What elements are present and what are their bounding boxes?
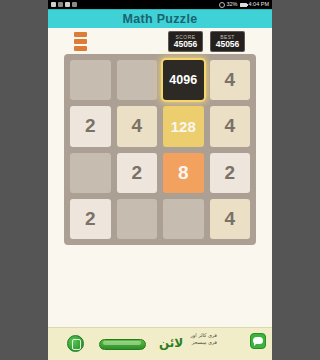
button-shine — [103, 341, 141, 345]
menu-bar — [74, 32, 87, 37]
tile-4: 4 — [210, 199, 251, 239]
tile-2: 2 — [70, 106, 111, 146]
ad-install-button[interactable] — [99, 339, 146, 350]
notification-icon — [58, 2, 63, 7]
ad-tagline: فری کالز اور فری میسجز — [181, 332, 217, 345]
tile-128: 128 — [163, 106, 204, 146]
cell-empty — [117, 199, 158, 239]
ad-tagline-line2: فری میسجز — [181, 339, 217, 346]
title-bar: Math Puzzle — [48, 9, 272, 28]
clock: 4:04 PM — [249, 0, 269, 9]
scoreboard: SCORE 45056 BEST 45056 — [168, 31, 245, 52]
battery-icon — [240, 3, 247, 7]
score-box: SCORE 45056 — [168, 31, 203, 52]
tile-2: 2 — [210, 153, 251, 193]
menu-bar — [74, 39, 87, 44]
notification-icon — [51, 2, 56, 7]
status-bar: 32% 4:04 PM — [48, 0, 272, 9]
tile-2: 2 — [70, 199, 111, 239]
menu-icon[interactable] — [74, 32, 87, 51]
notification-icon — [72, 2, 77, 7]
speech-bubble-icon — [253, 337, 263, 344]
cell-empty — [70, 60, 111, 100]
best-value: 45056 — [216, 40, 240, 49]
battery-percent: 32% — [227, 0, 238, 9]
tile-8: 8 — [163, 153, 204, 193]
notification-icons — [51, 2, 77, 7]
app-title: Math Puzzle — [123, 12, 198, 26]
tile-4096: 4096 — [163, 60, 204, 100]
menu-bar — [74, 46, 87, 51]
tile-4: 4 — [210, 106, 251, 146]
line-messenger-icon[interactable] — [250, 333, 266, 349]
ad-badge-icon[interactable] — [67, 335, 84, 352]
tile-4: 4 — [117, 106, 158, 146]
status-indicators: 32% 4:04 PM — [219, 0, 270, 9]
tile-2: 2 — [117, 153, 158, 193]
score-value: 45056 — [174, 40, 198, 49]
sync-icon — [219, 2, 225, 8]
game-board[interactable]: 4096424128428224 — [64, 54, 256, 245]
cell-empty — [163, 199, 204, 239]
ad-banner[interactable]: لائن فری کالز اور فری میسجز — [48, 327, 272, 360]
ad-brand-text[interactable]: لائن — [159, 336, 183, 350]
cell-empty — [70, 153, 111, 193]
best-box: BEST 45056 — [210, 31, 245, 52]
notification-icon — [65, 2, 70, 7]
phone-screen: 32% 4:04 PM Math Puzzle SCORE 45056 BEST… — [48, 0, 272, 360]
cell-empty — [117, 60, 158, 100]
tile-4: 4 — [210, 60, 251, 100]
